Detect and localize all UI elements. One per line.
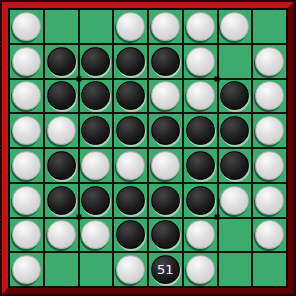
cell-a2[interactable] <box>10 45 43 78</box>
black-disc <box>81 47 110 76</box>
black-disc <box>116 186 145 215</box>
black-disc <box>151 186 180 215</box>
cell-g4[interactable] <box>219 114 252 147</box>
cell-b4[interactable] <box>45 114 78 147</box>
white-disc <box>255 81 284 110</box>
cell-f8[interactable] <box>184 253 217 286</box>
cell-a7[interactable] <box>10 219 43 252</box>
star-point <box>77 77 82 82</box>
white-disc <box>81 151 110 180</box>
cell-g1[interactable] <box>219 10 252 43</box>
white-disc <box>151 12 180 41</box>
black-disc <box>47 47 76 76</box>
black-disc <box>186 151 215 180</box>
cell-b2[interactable] <box>45 45 78 78</box>
cell-a5[interactable] <box>10 149 43 182</box>
star-point <box>215 77 220 82</box>
cell-d3[interactable] <box>114 80 147 113</box>
cell-c3[interactable] <box>80 80 113 113</box>
cell-b7[interactable] <box>45 219 78 252</box>
cell-h1[interactable] <box>253 10 286 43</box>
othello-board: 51 <box>10 10 286 286</box>
white-disc <box>47 116 76 145</box>
white-disc <box>186 81 215 110</box>
cell-f4[interactable] <box>184 114 217 147</box>
white-disc <box>47 220 76 249</box>
cell-g2[interactable] <box>219 45 252 78</box>
white-disc <box>220 186 249 215</box>
cell-a6[interactable] <box>10 184 43 217</box>
black-disc <box>116 47 145 76</box>
cell-f5[interactable] <box>184 149 217 182</box>
cell-c4[interactable] <box>80 114 113 147</box>
cell-b3[interactable] <box>45 80 78 113</box>
black-disc <box>81 116 110 145</box>
white-disc <box>12 47 41 76</box>
cell-f6[interactable] <box>184 184 217 217</box>
cell-h7[interactable] <box>253 219 286 252</box>
black-disc <box>151 220 180 249</box>
cell-d8[interactable] <box>114 253 147 286</box>
board-frame: 51 <box>0 0 296 296</box>
cell-e7[interactable] <box>149 219 182 252</box>
cell-g7[interactable] <box>219 219 252 252</box>
cell-f3[interactable] <box>184 80 217 113</box>
white-disc <box>116 151 145 180</box>
cell-b5[interactable] <box>45 149 78 182</box>
white-disc <box>12 81 41 110</box>
cell-a1[interactable] <box>10 10 43 43</box>
white-disc <box>12 220 41 249</box>
black-disc <box>81 81 110 110</box>
cell-e3[interactable] <box>149 80 182 113</box>
black-disc <box>81 186 110 215</box>
cell-h8[interactable] <box>253 253 286 286</box>
cell-d2[interactable] <box>114 45 147 78</box>
cell-e1[interactable] <box>149 10 182 43</box>
white-disc <box>186 12 215 41</box>
cell-h4[interactable] <box>253 114 286 147</box>
cell-e5[interactable] <box>149 149 182 182</box>
black-disc <box>186 186 215 215</box>
cell-h3[interactable] <box>253 80 286 113</box>
black-disc <box>220 116 249 145</box>
white-disc <box>116 12 145 41</box>
black-disc <box>116 220 145 249</box>
cell-g6[interactable] <box>219 184 252 217</box>
last-move-number: 51 <box>157 263 174 276</box>
cell-e4[interactable] <box>149 114 182 147</box>
white-disc <box>255 220 284 249</box>
white-disc <box>186 47 215 76</box>
cell-f2[interactable] <box>184 45 217 78</box>
cell-c1[interactable] <box>80 10 113 43</box>
black-disc <box>151 47 180 76</box>
cell-d1[interactable] <box>114 10 147 43</box>
white-disc <box>12 151 41 180</box>
black-disc <box>151 116 180 145</box>
white-disc <box>151 151 180 180</box>
cell-h5[interactable] <box>253 149 286 182</box>
star-point <box>215 215 220 220</box>
white-disc <box>186 220 215 249</box>
white-disc <box>81 220 110 249</box>
black-disc <box>47 186 76 215</box>
cell-d4[interactable] <box>114 114 147 147</box>
cell-a3[interactable] <box>10 80 43 113</box>
cell-g8[interactable] <box>219 253 252 286</box>
cell-g5[interactable] <box>219 149 252 182</box>
white-disc <box>186 255 215 284</box>
white-disc <box>116 255 145 284</box>
board-frame-bevel: 51 <box>2 2 294 294</box>
cell-f7[interactable] <box>184 219 217 252</box>
white-disc <box>255 151 284 180</box>
cell-g3[interactable] <box>219 80 252 113</box>
cell-c6[interactable] <box>80 184 113 217</box>
white-disc <box>220 12 249 41</box>
cell-h6[interactable] <box>253 184 286 217</box>
cell-c8[interactable] <box>80 253 113 286</box>
cell-e8[interactable]: 51 <box>149 253 182 286</box>
star-point <box>77 215 82 220</box>
cell-d6[interactable] <box>114 184 147 217</box>
cell-e2[interactable] <box>149 45 182 78</box>
white-disc <box>151 81 180 110</box>
cell-f1[interactable] <box>184 10 217 43</box>
cell-c2[interactable] <box>80 45 113 78</box>
cell-b8[interactable] <box>45 253 78 286</box>
black-disc <box>116 116 145 145</box>
white-disc <box>255 47 284 76</box>
cell-h2[interactable] <box>253 45 286 78</box>
black-disc: 51 <box>151 255 180 284</box>
black-disc <box>47 81 76 110</box>
white-disc <box>255 186 284 215</box>
black-disc <box>47 151 76 180</box>
board-edge: 51 <box>8 8 288 288</box>
white-disc <box>12 12 41 41</box>
cell-c7[interactable] <box>80 219 113 252</box>
cell-d5[interactable] <box>114 149 147 182</box>
white-disc <box>12 255 41 284</box>
black-disc <box>116 81 145 110</box>
cell-a8[interactable] <box>10 253 43 286</box>
cell-b1[interactable] <box>45 10 78 43</box>
white-disc <box>255 116 284 145</box>
cell-c5[interactable] <box>80 149 113 182</box>
black-disc <box>186 116 215 145</box>
cell-b6[interactable] <box>45 184 78 217</box>
white-disc <box>12 186 41 215</box>
cell-a4[interactable] <box>10 114 43 147</box>
black-disc <box>220 151 249 180</box>
black-disc <box>220 81 249 110</box>
cell-e6[interactable] <box>149 184 182 217</box>
white-disc <box>12 116 41 145</box>
cell-d7[interactable] <box>114 219 147 252</box>
